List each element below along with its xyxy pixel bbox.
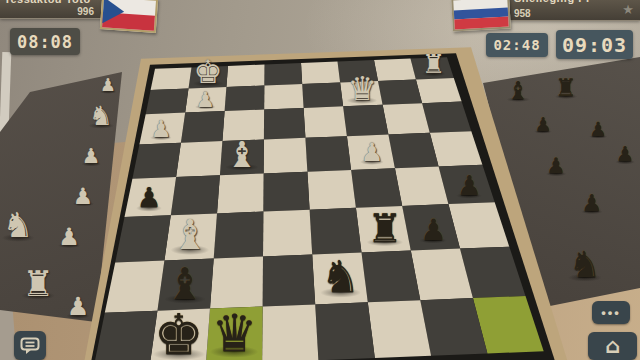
player-left-name: Tessaktou Toto [4,0,91,5]
white-pawn[interactable]: ♟ [73,185,93,208]
black-pawn[interactable]: ♟ [582,192,603,215]
black-bishop[interactable]: ♝ [507,79,529,104]
black-pawn[interactable]: ♟ [546,155,565,177]
black-queen[interactable]: ♛ [211,308,257,359]
black-clock: 09:03 [556,30,633,59]
player-left-rating: 996 [77,6,94,17]
player-right-rating: 958 [514,8,531,19]
white-rook[interactable]: ♜ [22,266,54,301]
white-pawn[interactable]: ♟ [151,117,172,140]
white-pawn[interactable]: ♟ [58,225,80,249]
white-pawn[interactable]: ♟ [100,77,116,95]
black-rook[interactable]: ♜ [367,209,402,248]
chat-bubble-icon [20,337,40,355]
chat-button[interactable] [14,331,46,360]
white-rook[interactable]: ♜ [422,52,445,78]
white-pawn[interactable]: ♟ [67,294,89,319]
black-bishop[interactable]: ♝ [165,262,205,306]
white-pawn[interactable]: ♟ [196,89,215,110]
white-knight[interactable]: ♞ [89,103,113,130]
black-pawn[interactable]: ♟ [137,185,162,212]
white-pawn[interactable]: ♟ [361,140,384,165]
black-pawn[interactable]: ♟ [457,172,482,199]
game-screen: ♚♛♜♝♝♟♟♟♚♛♜♞♝♟♟♟♟♞♟♟♞♟♜♟♝♜♟♟♟♟♟♞ Tessakt… [0,0,640,360]
player-right-name: Shelieghig PP [514,0,594,4]
russian-flag-icon [451,0,511,31]
white-bishop[interactable]: ♝ [226,137,258,173]
white-queen[interactable]: ♛ [347,73,376,106]
star-icon: ★ [622,2,634,17]
black-king[interactable]: ♚ [154,307,204,360]
white-bishop[interactable]: ♝ [172,215,209,256]
black-pawn[interactable]: ♟ [616,144,635,165]
home-button[interactable]: ⌂ [588,332,637,360]
more-options-button[interactable]: ••• [592,301,630,324]
white-pawn[interactable]: ♟ [82,146,101,167]
white-clock: 08:08 [10,28,80,55]
black-knight[interactable]: ♞ [321,256,361,300]
black-rook[interactable]: ♜ [555,76,577,100]
czech-flag-icon [100,0,158,33]
black-knight[interactable]: ♞ [569,247,601,283]
player-panel-left: Tessaktou Toto 996 [0,0,104,19]
black-move-clock: 02:48 [486,33,548,57]
white-knight[interactable]: ♞ [3,208,34,242]
white-king[interactable]: ♚ [193,56,222,88]
black-pawn[interactable]: ♟ [534,115,551,134]
black-pawn[interactable]: ♟ [589,120,607,140]
black-pawn[interactable]: ♟ [420,215,446,244]
